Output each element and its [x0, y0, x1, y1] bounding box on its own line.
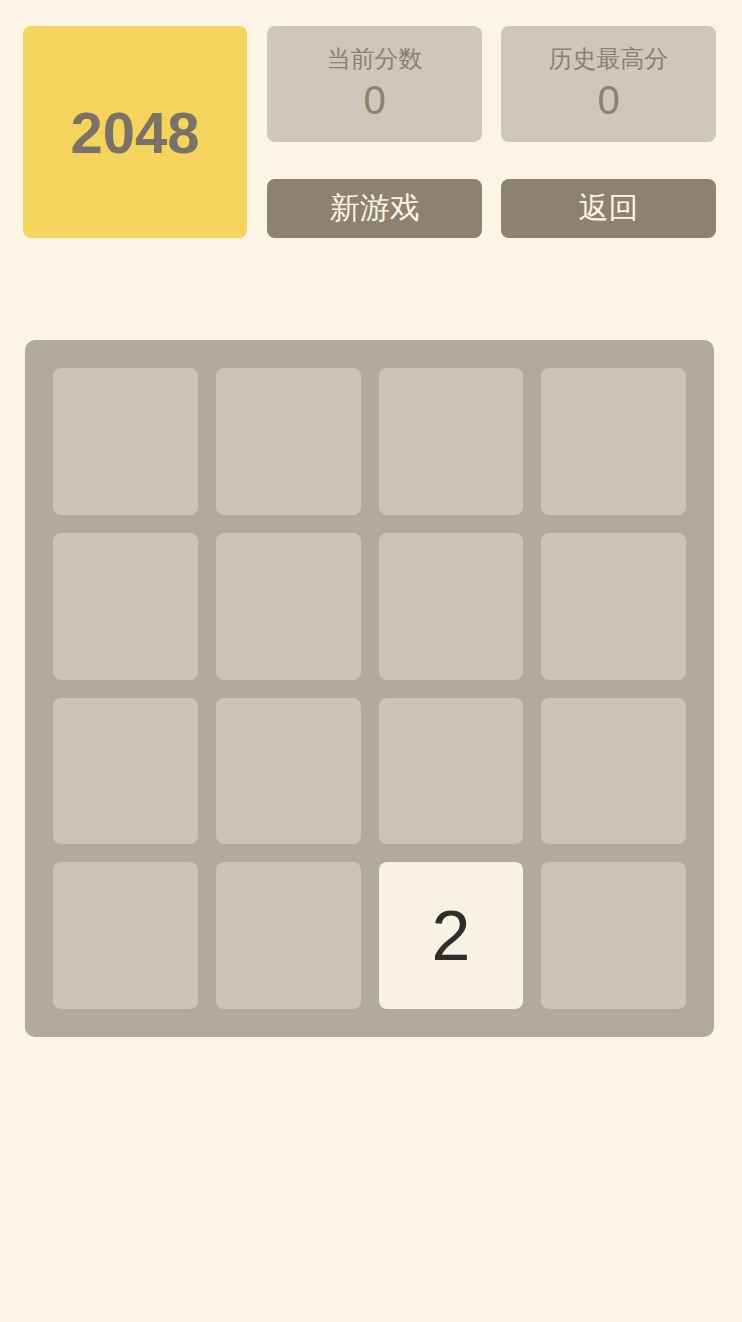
- empty-cell: [379, 368, 524, 515]
- empty-cell: [541, 698, 686, 845]
- best-score-value: 0: [597, 75, 619, 125]
- empty-cell: [541, 533, 686, 680]
- empty-cell: [541, 368, 686, 515]
- empty-cell: [541, 862, 686, 1009]
- empty-cell: [379, 533, 524, 680]
- empty-cell: [53, 862, 198, 1009]
- back-button[interactable]: 返回: [501, 179, 716, 238]
- empty-cell: [53, 368, 198, 515]
- game-page: 2048 当前分数 0 历史最高分 0 新游戏 返回 2: [0, 0, 742, 1322]
- current-score-box: 当前分数 0: [267, 26, 482, 142]
- empty-cell: [216, 862, 361, 1009]
- empty-cell: [379, 698, 524, 845]
- empty-cell: [216, 698, 361, 845]
- empty-cell: [216, 368, 361, 515]
- logo-tile: 2048: [23, 26, 247, 238]
- empty-cell: [53, 533, 198, 680]
- current-score-label: 当前分数: [327, 43, 423, 75]
- new-game-button[interactable]: 新游戏: [267, 179, 482, 238]
- game-board[interactable]: 2: [25, 340, 714, 1037]
- empty-cell: [53, 698, 198, 845]
- tile-2: 2: [379, 862, 524, 1009]
- empty-cell: [216, 533, 361, 680]
- best-score-label: 历史最高分: [549, 43, 669, 75]
- best-score-box: 历史最高分 0: [501, 26, 716, 142]
- current-score-value: 0: [363, 75, 385, 125]
